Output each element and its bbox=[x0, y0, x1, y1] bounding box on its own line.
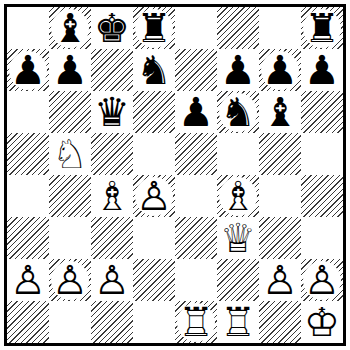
square-d1[interactable] bbox=[133, 301, 175, 343]
piece-white-pawn[interactable]: ♙ bbox=[135, 177, 173, 216]
square-h4[interactable] bbox=[301, 175, 343, 217]
square-b1[interactable] bbox=[49, 301, 91, 343]
piece-black-king[interactable]: ♚ bbox=[93, 9, 131, 48]
square-f4[interactable]: ♗ bbox=[217, 175, 259, 217]
square-a6[interactable] bbox=[7, 91, 49, 133]
piece-white-rook[interactable]: ♖ bbox=[219, 303, 257, 342]
square-f2[interactable] bbox=[217, 259, 259, 301]
square-h1[interactable]: ♔ bbox=[301, 301, 343, 343]
piece-black-rook[interactable]: ♜ bbox=[135, 9, 173, 48]
square-a5[interactable] bbox=[7, 133, 49, 175]
piece-black-pawn[interactable]: ♟ bbox=[303, 51, 341, 90]
square-e8[interactable] bbox=[175, 7, 217, 49]
piece-black-pawn[interactable]: ♟ bbox=[9, 51, 47, 90]
square-e2[interactable] bbox=[175, 259, 217, 301]
piece-white-queen[interactable]: ♕ bbox=[219, 219, 257, 258]
square-h3[interactable] bbox=[301, 217, 343, 259]
square-b3[interactable] bbox=[49, 217, 91, 259]
square-f3[interactable]: ♕ bbox=[217, 217, 259, 259]
chess-board: ♝♚♜♜♟♟♞♟♟♟♛♟♞♝♘♗♙♗♕♙♙♙♙♙♖♖♔ bbox=[7, 7, 343, 343]
square-c2[interactable]: ♙ bbox=[91, 259, 133, 301]
square-h7[interactable]: ♟ bbox=[301, 49, 343, 91]
square-h6[interactable] bbox=[301, 91, 343, 133]
square-g1[interactable] bbox=[259, 301, 301, 343]
piece-white-pawn[interactable]: ♙ bbox=[9, 261, 47, 300]
square-g7[interactable]: ♟ bbox=[259, 49, 301, 91]
piece-white-bishop[interactable]: ♗ bbox=[93, 177, 131, 216]
square-e6[interactable]: ♟ bbox=[175, 91, 217, 133]
square-e4[interactable] bbox=[175, 175, 217, 217]
square-c6[interactable]: ♛ bbox=[91, 91, 133, 133]
square-d6[interactable] bbox=[133, 91, 175, 133]
square-g8[interactable] bbox=[259, 7, 301, 49]
piece-black-rook[interactable]: ♜ bbox=[303, 9, 341, 48]
square-c5[interactable] bbox=[91, 133, 133, 175]
piece-black-pawn[interactable]: ♟ bbox=[51, 51, 89, 90]
piece-black-bishop[interactable]: ♝ bbox=[51, 9, 89, 48]
square-h5[interactable] bbox=[301, 133, 343, 175]
piece-black-knight[interactable]: ♞ bbox=[135, 51, 173, 90]
piece-black-bishop[interactable]: ♝ bbox=[261, 93, 299, 132]
piece-white-knight[interactable]: ♘ bbox=[51, 135, 89, 174]
square-b6[interactable] bbox=[49, 91, 91, 133]
square-b5[interactable]: ♘ bbox=[49, 133, 91, 175]
square-f5[interactable] bbox=[217, 133, 259, 175]
square-b8[interactable]: ♝ bbox=[49, 7, 91, 49]
square-h8[interactable]: ♜ bbox=[301, 7, 343, 49]
square-a4[interactable] bbox=[7, 175, 49, 217]
square-a8[interactable] bbox=[7, 7, 49, 49]
piece-black-queen[interactable]: ♛ bbox=[93, 93, 131, 132]
square-a3[interactable] bbox=[7, 217, 49, 259]
square-g2[interactable]: ♙ bbox=[259, 259, 301, 301]
square-d7[interactable]: ♞ bbox=[133, 49, 175, 91]
square-a2[interactable]: ♙ bbox=[7, 259, 49, 301]
square-f8[interactable] bbox=[217, 7, 259, 49]
square-f1[interactable]: ♖ bbox=[217, 301, 259, 343]
square-h2[interactable]: ♙ bbox=[301, 259, 343, 301]
square-d8[interactable]: ♜ bbox=[133, 7, 175, 49]
square-e3[interactable] bbox=[175, 217, 217, 259]
piece-black-knight[interactable]: ♞ bbox=[219, 93, 257, 132]
square-e7[interactable] bbox=[175, 49, 217, 91]
square-a7[interactable]: ♟ bbox=[7, 49, 49, 91]
square-c4[interactable]: ♗ bbox=[91, 175, 133, 217]
piece-black-pawn[interactable]: ♟ bbox=[261, 51, 299, 90]
piece-white-king[interactable]: ♔ bbox=[303, 303, 341, 342]
piece-white-rook[interactable]: ♖ bbox=[177, 303, 215, 342]
piece-black-pawn[interactable]: ♟ bbox=[219, 51, 257, 90]
square-g6[interactable]: ♝ bbox=[259, 91, 301, 133]
piece-black-pawn[interactable]: ♟ bbox=[177, 93, 215, 132]
diagram-frame: ♝♚♜♜♟♟♞♟♟♟♛♟♞♝♘♗♙♗♕♙♙♙♙♙♖♖♔ bbox=[4, 4, 346, 346]
square-g3[interactable] bbox=[259, 217, 301, 259]
square-d3[interactable] bbox=[133, 217, 175, 259]
square-c1[interactable] bbox=[91, 301, 133, 343]
square-f6[interactable]: ♞ bbox=[217, 91, 259, 133]
piece-white-pawn[interactable]: ♙ bbox=[51, 261, 89, 300]
piece-white-bishop[interactable]: ♗ bbox=[219, 177, 257, 216]
square-b4[interactable] bbox=[49, 175, 91, 217]
square-c7[interactable] bbox=[91, 49, 133, 91]
square-f7[interactable]: ♟ bbox=[217, 49, 259, 91]
piece-white-pawn[interactable]: ♙ bbox=[261, 261, 299, 300]
square-g5[interactable] bbox=[259, 133, 301, 175]
square-d2[interactable] bbox=[133, 259, 175, 301]
square-d4[interactable]: ♙ bbox=[133, 175, 175, 217]
square-a1[interactable] bbox=[7, 301, 49, 343]
piece-white-pawn[interactable]: ♙ bbox=[303, 261, 341, 300]
square-d5[interactable] bbox=[133, 133, 175, 175]
square-e1[interactable]: ♖ bbox=[175, 301, 217, 343]
square-g4[interactable] bbox=[259, 175, 301, 217]
square-c8[interactable]: ♚ bbox=[91, 7, 133, 49]
square-b2[interactable]: ♙ bbox=[49, 259, 91, 301]
square-e5[interactable] bbox=[175, 133, 217, 175]
square-c3[interactable] bbox=[91, 217, 133, 259]
piece-white-pawn[interactable]: ♙ bbox=[93, 261, 131, 300]
square-b7[interactable]: ♟ bbox=[49, 49, 91, 91]
